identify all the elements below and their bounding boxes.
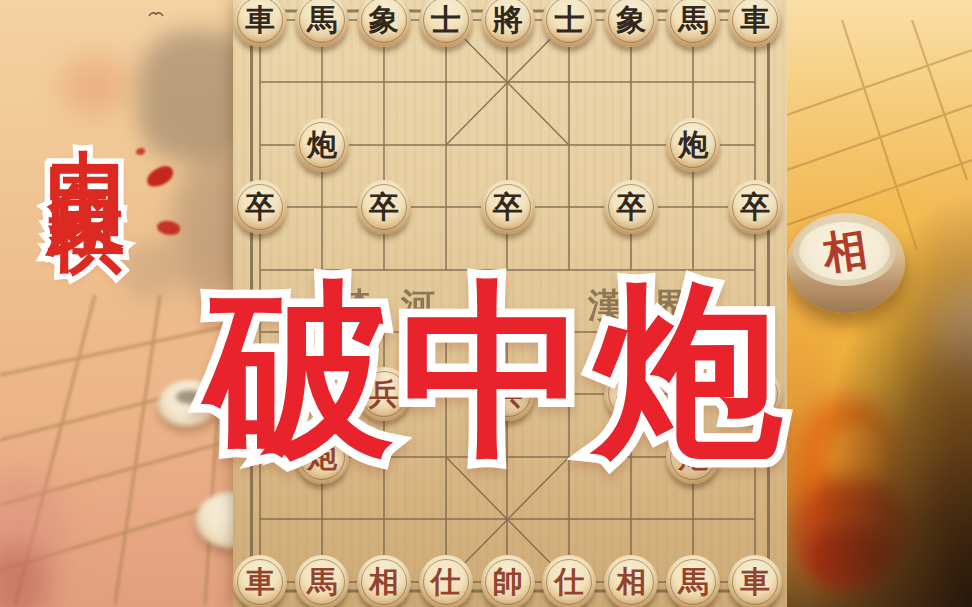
petal-shape	[136, 148, 145, 155]
piece-red-general-f5r9[interactable]: 帥	[481, 555, 535, 607]
piece-black-cannon-f2r2[interactable]: 炮	[295, 118, 349, 172]
main-title: 破中炮 破中炮	[206, 247, 788, 501]
piece-glyph: 車	[233, 555, 287, 607]
piece-black-soldier-f1r3[interactable]: 卒	[233, 180, 287, 234]
piece-glyph: 士	[419, 0, 473, 47]
piece-glyph: 車	[728, 555, 782, 607]
piece-glyph: 帥	[481, 555, 535, 607]
piece-red-horse-f2r9[interactable]: 馬	[295, 555, 349, 607]
petal-shape	[144, 163, 176, 190]
piece-black-advisor-f4r0[interactable]: 士	[419, 0, 473, 47]
photo-piece-face: 相	[793, 216, 896, 286]
piece-black-advisor-f6r0[interactable]: 士	[542, 0, 596, 47]
piece-red-advisor-f4r9[interactable]: 仕	[419, 555, 473, 607]
photo-piece-glyph: 相	[819, 219, 871, 284]
piece-black-elephant-f7r0[interactable]: 象	[604, 0, 658, 47]
piece-black-elephant-f3r0[interactable]: 象	[357, 0, 411, 47]
piece-red-horse-f8r9[interactable]: 馬	[666, 555, 720, 607]
blurred-piece-mark	[176, 390, 202, 404]
piece-glyph: 卒	[481, 180, 535, 234]
piece-black-chariot-f1r0[interactable]: 車	[233, 0, 287, 47]
piece-glyph: 象	[604, 0, 658, 47]
piece-glyph: 車	[728, 0, 782, 47]
piece-glyph: 馬	[295, 555, 349, 607]
piece-black-horse-f8r0[interactable]: 馬	[666, 0, 720, 47]
side-title-text: 中国象棋	[46, 86, 128, 150]
piece-glyph: 車	[233, 0, 287, 47]
thumbnail: 楚 河 漢 界 車馬象士將士象馬車炮炮卒卒卒卒卒兵兵兵兵兵炮炮車馬相仕帥仕相馬車…	[0, 0, 972, 607]
piece-glyph: 卒	[604, 180, 658, 234]
piece-glyph: 仕	[542, 555, 596, 607]
ink-wash-blob	[138, 30, 233, 160]
piece-black-chariot-f9r0[interactable]: 車	[728, 0, 782, 47]
piece-glyph: 卒	[357, 180, 411, 234]
piece-black-soldier-f5r3[interactable]: 卒	[481, 180, 535, 234]
piece-black-soldier-f7r3[interactable]: 卒	[604, 180, 658, 234]
right-background: 相	[787, 0, 972, 607]
piece-red-advisor-f6r9[interactable]: 仕	[542, 555, 596, 607]
piece-glyph: 炮	[666, 118, 720, 172]
piece-black-soldier-f9r3[interactable]: 卒	[728, 180, 782, 234]
piece-black-soldier-f3r3[interactable]: 卒	[357, 180, 411, 234]
piece-black-horse-f2r0[interactable]: 馬	[295, 0, 349, 47]
piece-glyph: 炮	[295, 118, 349, 172]
piece-glyph: 將	[481, 0, 535, 47]
piece-glyph: 卒	[728, 180, 782, 234]
piece-glyph: 相	[357, 555, 411, 607]
piece-glyph: 馬	[666, 555, 720, 607]
ink-wash-blob	[120, 240, 180, 300]
piece-red-elephant-f3r9[interactable]: 相	[357, 555, 411, 607]
piece-glyph: 仕	[419, 555, 473, 607]
piece-glyph: 士	[542, 0, 596, 47]
piece-glyph: 馬	[295, 0, 349, 47]
piece-red-elephant-f7r9[interactable]: 相	[604, 555, 658, 607]
piece-black-general-f5r0[interactable]: 將	[481, 0, 535, 47]
piece-red-chariot-f1r9[interactable]: 車	[233, 555, 287, 607]
piece-glyph: 馬	[666, 0, 720, 47]
main-title-text: 破中炮	[206, 247, 788, 501]
photo-piece-elephant: 相	[787, 213, 905, 313]
piece-glyph: 卒	[233, 180, 287, 234]
bird-icon	[148, 10, 164, 18]
piece-red-chariot-f9r9[interactable]: 車	[728, 555, 782, 607]
piece-glyph: 象	[357, 0, 411, 47]
piece-glyph: 相	[604, 555, 658, 607]
piece-black-cannon-f8r2[interactable]: 炮	[666, 118, 720, 172]
side-title: 中国象棋 中国象棋	[46, 86, 128, 150]
